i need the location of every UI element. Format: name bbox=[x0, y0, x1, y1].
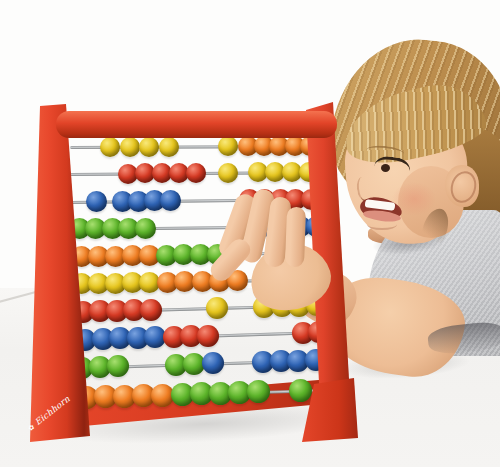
bead-green bbox=[289, 379, 312, 402]
bead-yellow bbox=[100, 137, 120, 157]
child-cheek-blush bbox=[392, 182, 436, 216]
abacus-top-beam bbox=[56, 111, 337, 138]
bead-red bbox=[197, 325, 219, 347]
scene: ✿ Eichhorn bbox=[0, 0, 500, 467]
bead-blue bbox=[160, 190, 181, 211]
bead-yellow bbox=[139, 137, 159, 157]
bead-red bbox=[186, 163, 206, 183]
child-chin bbox=[367, 219, 397, 230]
bead-green bbox=[135, 218, 156, 239]
child-eye-iris bbox=[381, 164, 390, 172]
bead-blue bbox=[86, 191, 107, 212]
bead-green bbox=[247, 380, 270, 403]
bead-red bbox=[140, 299, 162, 321]
bead-yellow bbox=[120, 137, 140, 157]
pinky-finger bbox=[285, 207, 306, 268]
bead-yellow bbox=[218, 163, 238, 183]
bead-yellow bbox=[218, 136, 238, 156]
bead-yellow bbox=[159, 137, 179, 157]
bead-yellow bbox=[206, 297, 228, 319]
